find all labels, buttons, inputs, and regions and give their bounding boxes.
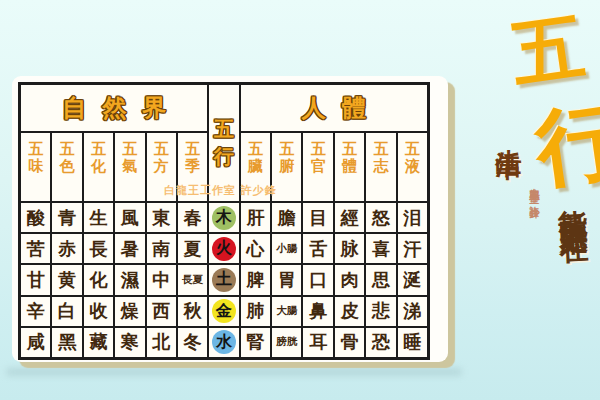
metal-badge: 金 xyxy=(212,299,236,323)
nature-cell: 暑 xyxy=(115,234,144,263)
body-cell: 大腸 xyxy=(272,297,301,326)
nature-cell: 夏 xyxy=(178,234,207,263)
nature-cell: 白 xyxy=(52,297,81,326)
nature-cell: 濕 xyxy=(115,265,144,294)
card-shadow-band xyxy=(6,368,462,376)
nature-cell: 秋 xyxy=(178,297,207,326)
element-cell-wood: 木 xyxy=(209,203,238,232)
nature-cell: 藏 xyxy=(84,328,113,357)
caption-in-life: 生活中 xyxy=(492,128,527,137)
nature-header: 自然界 xyxy=(21,85,207,131)
nature-cell: 酸 xyxy=(21,203,50,232)
correspondence-table: 自然界 五行 人體 五味 五色 五化 五氣 五方 五季 五臟 五腑 五官 五體 … xyxy=(18,82,430,360)
body-cell: 脾 xyxy=(241,265,270,294)
nature-cell: 南 xyxy=(147,234,176,263)
earth-badge: 土 xyxy=(212,268,236,292)
title-calligraphy-char-xing: 行 xyxy=(531,97,600,192)
body-cell: 耳 xyxy=(303,328,332,357)
nature-cell: 收 xyxy=(84,297,113,326)
col-label-color: 五色 xyxy=(52,133,81,201)
nature-cell: 甘 xyxy=(21,265,50,294)
body-cell: 泪 xyxy=(398,203,427,232)
nature-cell: 東 xyxy=(147,203,176,232)
nature-cell: 青 xyxy=(52,203,81,232)
nature-cell: 黑 xyxy=(52,328,81,357)
body-cell: 骨 xyxy=(335,328,364,357)
element-cell-earth: 土 xyxy=(209,265,238,294)
caption-energy-everywhere: 能量無處不在 xyxy=(551,185,593,217)
body-cell: 膽 xyxy=(272,203,301,232)
studio-watermark-vertical: 白龍王工作室-許少鋒 xyxy=(527,180,541,201)
element-cell-fire: 火 xyxy=(209,234,238,263)
nature-cell: 苦 xyxy=(21,234,50,263)
nature-cell: 咸 xyxy=(21,328,50,357)
element-cell-metal: 金 xyxy=(209,297,238,326)
body-cell: 汗 xyxy=(398,234,427,263)
nature-cell: 燥 xyxy=(115,297,144,326)
nature-cell: 辛 xyxy=(21,297,50,326)
body-cell: 睡 xyxy=(398,328,427,357)
body-cell: 肺 xyxy=(241,297,270,326)
wood-badge: 木 xyxy=(212,206,236,230)
water-badge: 水 xyxy=(212,330,236,354)
studio-watermark: 白龍王工作室 許少鋒 xyxy=(164,183,277,198)
body-cell: 小腸 xyxy=(272,234,301,263)
title-calligraphy-char-wu: 五 xyxy=(507,9,588,90)
col-label-climate: 五氣 xyxy=(115,133,144,201)
element-header-label: 五行 xyxy=(212,116,235,170)
body-cell: 心 xyxy=(241,234,270,263)
body-cell: 涎 xyxy=(398,265,427,294)
body-cell: 怒 xyxy=(366,203,395,232)
chart-card: 自然界 五行 人體 五味 五色 五化 五氣 五方 五季 五臟 五腑 五官 五體 … xyxy=(12,76,448,362)
body-cell: 皮 xyxy=(335,297,364,326)
body-cell: 胃 xyxy=(272,265,301,294)
body-header: 人體 xyxy=(241,85,427,131)
nature-cell: 冬 xyxy=(178,328,207,357)
col-label-organ: 五官 xyxy=(303,133,332,201)
nature-cell: 北 xyxy=(147,328,176,357)
body-cell: 口 xyxy=(303,265,332,294)
col-label-transform: 五化 xyxy=(84,133,113,201)
nature-cell: 生 xyxy=(84,203,113,232)
body-cell: 恐 xyxy=(366,328,395,357)
nature-cell: 風 xyxy=(115,203,144,232)
body-cell: 舌 xyxy=(303,234,332,263)
nature-cell: 長 xyxy=(84,234,113,263)
col-label-emotion: 五志 xyxy=(366,133,395,201)
nature-cell: 中 xyxy=(147,265,176,294)
body-cell: 腎 xyxy=(241,328,270,357)
nature-cell: 化 xyxy=(84,265,113,294)
body-cell: 肝 xyxy=(241,203,270,232)
body-cell: 喜 xyxy=(366,234,395,263)
col-label-taste: 五味 xyxy=(21,133,50,201)
col-label-tissue: 五體 xyxy=(335,133,364,201)
nature-cell: 黄 xyxy=(52,265,81,294)
body-cell: 膀胱 xyxy=(272,328,301,357)
body-cell: 脉 xyxy=(335,234,364,263)
body-cell: 鼻 xyxy=(303,297,332,326)
nature-cell: 寒 xyxy=(115,328,144,357)
body-cell: 悲 xyxy=(366,297,395,326)
poster: 自然界 五行 人體 五味 五色 五化 五氣 五方 五季 五臟 五腑 五官 五體 … xyxy=(0,0,600,400)
body-cell: 經 xyxy=(335,203,364,232)
body-cell: 思 xyxy=(366,265,395,294)
nature-cell: 赤 xyxy=(52,234,81,263)
body-cell: 肉 xyxy=(335,265,364,294)
fire-badge: 火 xyxy=(212,237,236,261)
nature-cell: 西 xyxy=(147,297,176,326)
nature-cell: 長夏 xyxy=(178,265,207,294)
element-cell-water: 水 xyxy=(209,328,238,357)
body-cell: 涕 xyxy=(398,297,427,326)
body-cell: 目 xyxy=(303,203,332,232)
nature-cell: 春 xyxy=(178,203,207,232)
col-label-fluid: 五液 xyxy=(398,133,427,201)
